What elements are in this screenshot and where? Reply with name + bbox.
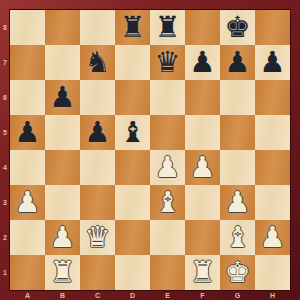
square-c5[interactable]: ♟ [80,115,115,150]
file-label-e: E [150,290,185,300]
square-b7[interactable] [45,45,80,80]
square-a7[interactable] [10,45,45,80]
square-f8[interactable] [185,10,220,45]
square-d3[interactable] [115,185,150,220]
square-c1[interactable] [80,255,115,290]
square-h3[interactable] [255,185,290,220]
white-king[interactable]: ♚ [225,255,251,290]
square-g4[interactable] [220,150,255,185]
square-g8[interactable]: ♚ [220,10,255,45]
square-e3[interactable]: ♝ [150,185,185,220]
square-d5[interactable]: ♝ [115,115,150,150]
square-a5[interactable]: ♟ [10,115,45,150]
black-pawn[interactable]: ♟ [225,45,251,80]
square-f5[interactable] [185,115,220,150]
white-pawn[interactable]: ♟ [50,220,76,255]
square-e8[interactable]: ♜ [150,10,185,45]
square-b5[interactable] [45,115,80,150]
square-b2[interactable]: ♟ [45,220,80,255]
square-f4[interactable]: ♟ [185,150,220,185]
black-pawn[interactable]: ♟ [50,80,76,115]
black-rook[interactable]: ♜ [155,10,181,45]
rank-label-2: 2 [0,220,10,255]
square-f3[interactable] [185,185,220,220]
square-d6[interactable] [115,80,150,115]
square-e5[interactable] [150,115,185,150]
white-bishop[interactable]: ♝ [155,185,181,220]
rank-label-4: 4 [0,150,10,185]
square-a8[interactable] [10,10,45,45]
square-d1[interactable] [115,255,150,290]
black-pawn[interactable]: ♟ [190,45,216,80]
square-e4[interactable]: ♟ [150,150,185,185]
white-rook[interactable]: ♜ [50,255,76,290]
white-pawn[interactable]: ♟ [15,185,41,220]
square-h8[interactable] [255,10,290,45]
square-e7[interactable]: ♛ [150,45,185,80]
square-f6[interactable] [185,80,220,115]
file-label-c: C [80,290,115,300]
file-label-a: A [10,290,45,300]
square-d4[interactable] [115,150,150,185]
file-label-g: G [220,290,255,300]
square-g3[interactable]: ♟ [220,185,255,220]
square-c8[interactable] [80,10,115,45]
square-b8[interactable] [45,10,80,45]
board-frame: ♜♜♚♞♛♟♟♟♟♟♟♝♟♟♟♝♟♟♛♝♟♜♜♚ 87654321 ABCDEF… [0,0,300,300]
black-knight[interactable]: ♞ [85,45,111,80]
square-a4[interactable] [10,150,45,185]
square-g2[interactable]: ♝ [220,220,255,255]
white-pawn[interactable]: ♟ [155,150,181,185]
square-d7[interactable] [115,45,150,80]
square-g7[interactable]: ♟ [220,45,255,80]
square-b3[interactable] [45,185,80,220]
black-bishop[interactable]: ♝ [120,115,146,150]
rank-labels: 87654321 [0,10,10,290]
square-f1[interactable]: ♜ [185,255,220,290]
square-b6[interactable]: ♟ [45,80,80,115]
square-h1[interactable] [255,255,290,290]
square-g1[interactable]: ♚ [220,255,255,290]
square-h6[interactable] [255,80,290,115]
rank-label-7: 7 [0,45,10,80]
file-label-h: H [255,290,290,300]
white-bishop[interactable]: ♝ [225,220,251,255]
square-c6[interactable] [80,80,115,115]
rank-label-6: 6 [0,80,10,115]
square-d8[interactable]: ♜ [115,10,150,45]
square-h7[interactable]: ♟ [255,45,290,80]
black-pawn[interactable]: ♟ [15,115,41,150]
square-e2[interactable] [150,220,185,255]
square-a6[interactable] [10,80,45,115]
file-labels: ABCDEFGH [10,290,290,300]
square-f2[interactable] [185,220,220,255]
white-pawn[interactable]: ♟ [225,185,251,220]
board: ♜♜♚♞♛♟♟♟♟♟♟♝♟♟♟♝♟♟♛♝♟♜♜♚ [10,10,290,290]
square-g6[interactable] [220,80,255,115]
square-h5[interactable] [255,115,290,150]
white-pawn[interactable]: ♟ [260,220,286,255]
square-c2[interactable]: ♛ [80,220,115,255]
square-a2[interactable] [10,220,45,255]
black-pawn[interactable]: ♟ [260,45,286,80]
black-king[interactable]: ♚ [225,10,251,45]
square-g5[interactable] [220,115,255,150]
black-pawn[interactable]: ♟ [85,115,111,150]
rank-label-1: 1 [0,255,10,290]
black-queen[interactable]: ♛ [155,45,181,80]
file-label-d: D [115,290,150,300]
square-f7[interactable]: ♟ [185,45,220,80]
square-d2[interactable] [115,220,150,255]
white-queen[interactable]: ♛ [85,220,111,255]
white-pawn[interactable]: ♟ [190,150,216,185]
square-a3[interactable]: ♟ [10,185,45,220]
square-e1[interactable] [150,255,185,290]
white-rook[interactable]: ♜ [190,255,216,290]
square-b1[interactable]: ♜ [45,255,80,290]
rank-label-3: 3 [0,185,10,220]
square-c3[interactable] [80,185,115,220]
file-label-f: F [185,290,220,300]
black-rook[interactable]: ♜ [120,10,146,45]
square-e6[interactable] [150,80,185,115]
square-h4[interactable] [255,150,290,185]
square-h2[interactable]: ♟ [255,220,290,255]
square-c7[interactable]: ♞ [80,45,115,80]
rank-label-5: 5 [0,115,10,150]
square-a1[interactable] [10,255,45,290]
square-b4[interactable] [45,150,80,185]
file-label-b: B [45,290,80,300]
square-c4[interactable] [80,150,115,185]
rank-label-8: 8 [0,10,10,45]
